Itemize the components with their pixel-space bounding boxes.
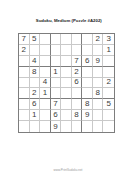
cell-r4c3[interactable] bbox=[40, 67, 51, 78]
cell-r5c9[interactable]: 2 bbox=[103, 78, 114, 89]
cell-r9c9[interactable] bbox=[103, 121, 114, 132]
cell-r8c1[interactable] bbox=[19, 110, 30, 121]
cell-r6c2[interactable]: 2 bbox=[30, 88, 41, 99]
cell-r4c4[interactable]: 1 bbox=[51, 67, 62, 78]
cell-r5c1[interactable] bbox=[19, 78, 30, 89]
sudoku-board: 7523214769812462218678516899 bbox=[18, 33, 115, 133]
page-footer: www.PrintSudoku.net bbox=[0, 161, 136, 176]
cell-r6c4[interactable] bbox=[51, 88, 62, 99]
cell-r8c9[interactable] bbox=[103, 110, 114, 121]
cell-r2c8[interactable] bbox=[93, 45, 104, 56]
cell-r3c7[interactable]: 6 bbox=[82, 56, 93, 67]
cell-r7c2[interactable]: 6 bbox=[30, 99, 41, 110]
cell-r1c2[interactable]: 5 bbox=[30, 34, 41, 45]
cell-r8c4[interactable]: 6 bbox=[51, 110, 62, 121]
cell-r8c3[interactable] bbox=[40, 110, 51, 121]
cell-r5c5[interactable] bbox=[61, 78, 72, 89]
cell-r9c1[interactable] bbox=[19, 121, 30, 132]
cell-r2c1[interactable]: 2 bbox=[19, 45, 30, 56]
cell-r5c2[interactable] bbox=[30, 78, 41, 89]
footer-url: www.PrintSudoku.net bbox=[54, 168, 83, 171]
cell-r1c9[interactable]: 3 bbox=[103, 34, 114, 45]
cell-r9c2[interactable] bbox=[30, 121, 41, 132]
cell-r2c6[interactable] bbox=[72, 45, 83, 56]
cell-r2c3[interactable] bbox=[40, 45, 51, 56]
cell-r4c2[interactable]: 8 bbox=[30, 67, 41, 78]
cell-r1c6[interactable] bbox=[72, 34, 83, 45]
cell-r2c7[interactable] bbox=[82, 45, 93, 56]
cell-r4c9[interactable] bbox=[103, 67, 114, 78]
cell-r6c3[interactable]: 1 bbox=[40, 88, 51, 99]
cell-r9c4[interactable]: 9 bbox=[51, 121, 62, 132]
sudoku-page: Sudoku, Medium (Puzzle #A202) 7523214769… bbox=[0, 0, 136, 176]
cell-r5c3[interactable]: 4 bbox=[40, 78, 51, 89]
cell-r7c6[interactable] bbox=[72, 99, 83, 110]
cell-r3c6[interactable]: 7 bbox=[72, 56, 83, 67]
cell-r4c5[interactable] bbox=[61, 67, 72, 78]
cell-r9c7[interactable] bbox=[82, 121, 93, 132]
cell-r9c6[interactable] bbox=[72, 121, 83, 132]
cell-r3c2[interactable]: 4 bbox=[30, 56, 41, 67]
cell-r6c9[interactable] bbox=[103, 88, 114, 99]
cell-r6c1[interactable] bbox=[19, 88, 30, 99]
cell-r5c7[interactable] bbox=[82, 78, 93, 89]
cell-r6c7[interactable] bbox=[82, 88, 93, 99]
cell-r2c9[interactable]: 1 bbox=[103, 45, 114, 56]
cell-r7c3[interactable] bbox=[40, 99, 51, 110]
cell-r7c5[interactable] bbox=[61, 99, 72, 110]
cell-r1c5[interactable] bbox=[61, 34, 72, 45]
cell-r6c5[interactable] bbox=[61, 88, 72, 99]
cell-r7c7[interactable]: 8 bbox=[82, 99, 93, 110]
cell-r5c6[interactable]: 6 bbox=[72, 78, 83, 89]
cell-r8c5[interactable] bbox=[61, 110, 72, 121]
cell-r2c2[interactable] bbox=[30, 45, 41, 56]
cell-r7c4[interactable]: 7 bbox=[51, 99, 62, 110]
cell-r9c3[interactable] bbox=[40, 121, 51, 132]
cell-r7c1[interactable] bbox=[19, 99, 30, 110]
cell-r3c9[interactable] bbox=[103, 56, 114, 67]
cell-r3c4[interactable] bbox=[51, 56, 62, 67]
cell-r9c5[interactable] bbox=[61, 121, 72, 132]
cell-r7c8[interactable] bbox=[93, 99, 104, 110]
cell-r4c1[interactable] bbox=[19, 67, 30, 78]
cell-r6c8[interactable]: 8 bbox=[93, 88, 104, 99]
page-header: Sudoku, Medium (Puzzle #A202) bbox=[0, 12, 136, 30]
cell-r5c8[interactable] bbox=[93, 78, 104, 89]
cell-r3c1[interactable] bbox=[19, 56, 30, 67]
cell-r8c8[interactable] bbox=[93, 110, 104, 121]
cell-r1c7[interactable] bbox=[82, 34, 93, 45]
cell-r3c8[interactable]: 9 bbox=[93, 56, 104, 67]
cell-r1c1[interactable]: 7 bbox=[19, 34, 30, 45]
cell-r3c3[interactable] bbox=[40, 56, 51, 67]
cell-r4c8[interactable] bbox=[93, 67, 104, 78]
cell-r7c9[interactable]: 5 bbox=[103, 99, 114, 110]
cell-r2c5[interactable] bbox=[61, 45, 72, 56]
page-title: Sudoku, Medium (Puzzle #A202) bbox=[36, 18, 102, 23]
cell-r6c6[interactable] bbox=[72, 88, 83, 99]
cell-r3c5[interactable] bbox=[61, 56, 72, 67]
cell-r4c7[interactable] bbox=[82, 67, 93, 78]
cell-r5c4[interactable] bbox=[51, 78, 62, 89]
cell-r1c8[interactable]: 2 bbox=[93, 34, 104, 45]
cell-r2c4[interactable] bbox=[51, 45, 62, 56]
cell-r1c4[interactable] bbox=[51, 34, 62, 45]
cell-r8c7[interactable]: 9 bbox=[82, 110, 93, 121]
cell-r9c8[interactable] bbox=[93, 121, 104, 132]
cell-r8c6[interactable]: 8 bbox=[72, 110, 83, 121]
cell-r4c6[interactable]: 2 bbox=[72, 67, 83, 78]
cell-r8c2[interactable]: 1 bbox=[30, 110, 41, 121]
cell-r1c3[interactable] bbox=[40, 34, 51, 45]
